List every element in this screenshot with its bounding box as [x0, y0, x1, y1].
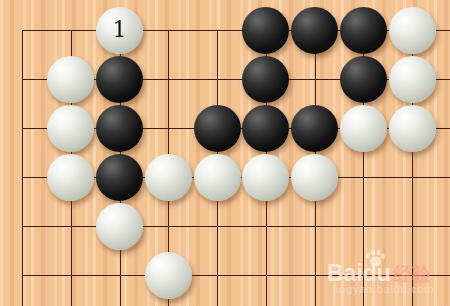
black-stone: [291, 7, 338, 54]
baidu-watermark: Baidu经验 jingyan.baidu.com: [327, 249, 437, 297]
black-stone: [242, 56, 289, 103]
white-stone: 1: [96, 7, 143, 54]
white-stone: [96, 203, 143, 250]
white-stone: [145, 252, 192, 299]
black-stone: [96, 56, 143, 103]
white-stone: [291, 154, 338, 201]
go-board: 1 Baidu经验 jingyan.baidu.com: [0, 0, 450, 306]
baidu-logo-text: Baidu: [327, 260, 391, 286]
grid-line-horizontal: [22, 226, 450, 227]
black-stone: [291, 105, 338, 152]
white-stone: [47, 105, 94, 152]
black-stone: [340, 56, 387, 103]
grid-line-horizontal: [22, 275, 450, 276]
white-stone: [242, 154, 289, 201]
grid-line-vertical: [22, 30, 23, 306]
move-number-label: 1: [96, 7, 143, 54]
white-stone: [340, 105, 387, 152]
white-stone: [389, 7, 436, 54]
white-stone: [47, 56, 94, 103]
black-stone: [96, 105, 143, 152]
white-stone: [389, 56, 436, 103]
black-stone: [242, 105, 289, 152]
white-stone: [145, 154, 192, 201]
white-stone: [47, 154, 94, 201]
white-stone: [389, 105, 436, 152]
watermark-url-text: jingyan.baidu.com: [333, 283, 434, 295]
black-stone: [96, 154, 143, 201]
black-stone: [194, 105, 241, 152]
black-stone: [340, 7, 387, 54]
black-stone: [242, 7, 289, 54]
white-stone: [194, 154, 241, 201]
baidu-paw-icon: [364, 249, 386, 271]
